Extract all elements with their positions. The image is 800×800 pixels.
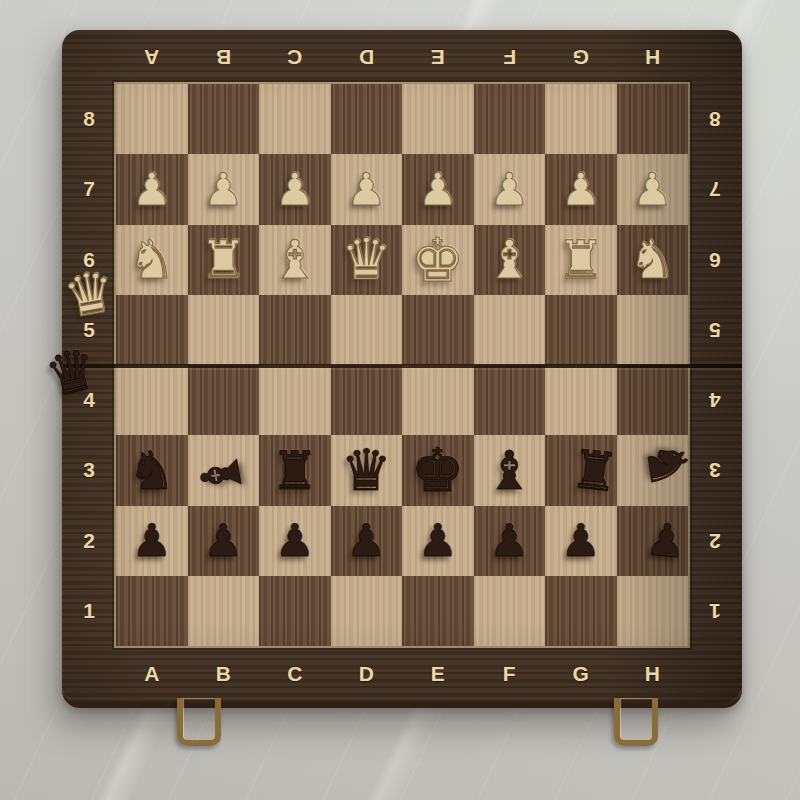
square-c3[interactable]: ♜ xyxy=(259,435,331,505)
square-c6[interactable]: ♝ xyxy=(259,225,331,295)
square-a4[interactable] xyxy=(116,365,188,435)
square-f1[interactable] xyxy=(474,576,546,646)
coordinate-label: B xyxy=(188,30,260,84)
fold-seam xyxy=(62,364,742,368)
black-pawn-e2[interactable]: ♟ xyxy=(418,518,458,563)
square-h2[interactable]: ♟ xyxy=(617,506,689,576)
square-d6[interactable]: ♛ xyxy=(331,225,403,295)
coordinate-label: 1 xyxy=(62,576,116,646)
square-f6[interactable]: ♝ xyxy=(474,225,546,295)
white-knight-a6[interactable]: ♞ xyxy=(128,233,176,286)
white-rook-b6[interactable]: ♜ xyxy=(199,233,247,286)
black-bishop-f3[interactable]: ♝ xyxy=(485,444,533,497)
coordinate-label: C xyxy=(259,30,331,84)
square-b3[interactable]: ♝ xyxy=(188,435,260,505)
coordinate-label: 8 xyxy=(688,84,742,154)
black-rook-c3[interactable]: ♜ xyxy=(271,444,319,497)
square-c2[interactable]: ♟ xyxy=(259,506,331,576)
coordinate-label: G xyxy=(545,30,617,84)
coordinate-label: D xyxy=(331,646,403,702)
white-queen-d6[interactable]: ♛ xyxy=(341,231,392,288)
square-d5[interactable] xyxy=(331,295,403,365)
square-b6[interactable]: ♜ xyxy=(188,225,260,295)
square-g6[interactable]: ♜ xyxy=(545,225,617,295)
square-b4[interactable] xyxy=(188,365,260,435)
white-pawn-f7[interactable]: ♟ xyxy=(489,167,529,212)
coordinate-label: C xyxy=(259,646,331,702)
square-d3[interactable]: ♛ xyxy=(331,435,403,505)
square-f2[interactable]: ♟ xyxy=(474,506,546,576)
square-h7[interactable]: ♟ xyxy=(617,154,689,224)
black-pawn-a2[interactable]: ♟ xyxy=(132,518,172,563)
square-g2[interactable]: ♟ xyxy=(545,506,617,576)
square-a3[interactable]: ♞ xyxy=(116,435,188,505)
square-a8[interactable] xyxy=(116,84,188,154)
white-king-e6[interactable]: ♚ xyxy=(411,230,465,290)
white-knight-h6[interactable]: ♞ xyxy=(628,233,676,286)
square-c4[interactable] xyxy=(259,365,331,435)
white-pawn-d7[interactable]: ♟ xyxy=(346,167,386,212)
floor: { "game": "chess", "scene_description": … xyxy=(0,0,800,800)
black-rook-g3[interactable]: ♜ xyxy=(568,442,621,500)
square-g8[interactable] xyxy=(545,84,617,154)
coordinate-label: H xyxy=(617,30,689,84)
coordinate-label: 6 xyxy=(688,225,742,295)
black-bishop-b3[interactable]: ♝ xyxy=(191,446,251,502)
square-d8[interactable] xyxy=(331,84,403,154)
square-f7[interactable]: ♟ xyxy=(474,154,546,224)
square-f3[interactable]: ♝ xyxy=(474,435,546,505)
square-f5[interactable] xyxy=(474,295,546,365)
extra-white-queen[interactable]: ♛ xyxy=(59,262,119,327)
square-g5[interactable] xyxy=(545,295,617,365)
white-pawn-c7[interactable]: ♟ xyxy=(275,167,315,212)
square-g1[interactable] xyxy=(545,576,617,646)
file-labels-top: ABCDEFGH xyxy=(116,30,688,84)
black-knight-h3[interactable]: ♞ xyxy=(639,437,698,491)
coordinate-label: F xyxy=(474,646,546,702)
white-pawn-a7[interactable]: ♟ xyxy=(132,167,172,212)
white-pawn-h7[interactable]: ♟ xyxy=(632,167,672,212)
black-pawn-c2[interactable]: ♟ xyxy=(275,518,315,563)
right-clasp[interactable] xyxy=(614,698,658,746)
square-e6[interactable]: ♚ xyxy=(402,225,474,295)
coordinate-label: 2 xyxy=(688,506,742,576)
white-bishop-c6[interactable]: ♝ xyxy=(271,233,319,286)
file-labels-bottom: ABCDEFGH xyxy=(116,646,688,702)
square-e1[interactable] xyxy=(402,576,474,646)
coordinate-label: D xyxy=(331,30,403,84)
square-b8[interactable] xyxy=(188,84,260,154)
left-clasp[interactable] xyxy=(177,698,221,746)
square-c5[interactable] xyxy=(259,295,331,365)
square-a2[interactable]: ♟ xyxy=(116,506,188,576)
black-pawn-d2[interactable]: ♟ xyxy=(346,518,386,563)
square-b1[interactable] xyxy=(188,576,260,646)
square-g7[interactable]: ♟ xyxy=(545,154,617,224)
square-g3[interactable]: ♜ xyxy=(545,435,617,505)
coordinate-label: 3 xyxy=(62,435,116,505)
chess-board: ABCDEFGH ABCDEFGH 87654321 87654321 ♟♟♟♟… xyxy=(62,30,742,708)
coordinate-label: 2 xyxy=(62,506,116,576)
black-knight-a3[interactable]: ♞ xyxy=(128,444,176,497)
square-g4[interactable] xyxy=(545,365,617,435)
square-h6[interactable]: ♞ xyxy=(617,225,689,295)
coordinate-label: G xyxy=(545,646,617,702)
square-c7[interactable]: ♟ xyxy=(259,154,331,224)
white-pawn-b7[interactable]: ♟ xyxy=(203,167,243,212)
square-e4[interactable] xyxy=(402,365,474,435)
white-pawn-g7[interactable]: ♟ xyxy=(561,167,601,212)
square-f8[interactable] xyxy=(474,84,546,154)
coordinate-label: 4 xyxy=(688,365,742,435)
black-pawn-h2[interactable]: ♟ xyxy=(644,516,689,565)
black-pawn-b2[interactable]: ♟ xyxy=(203,518,243,563)
white-bishop-f6[interactable]: ♝ xyxy=(485,233,533,286)
square-h8[interactable] xyxy=(617,84,689,154)
square-c8[interactable] xyxy=(259,84,331,154)
square-h5[interactable] xyxy=(617,295,689,365)
white-pawn-e7[interactable]: ♟ xyxy=(418,167,458,212)
square-b7[interactable]: ♟ xyxy=(188,154,260,224)
square-d2[interactable]: ♟ xyxy=(331,506,403,576)
square-h4[interactable] xyxy=(617,365,689,435)
square-b5[interactable] xyxy=(188,295,260,365)
coordinate-label: E xyxy=(402,30,474,84)
square-a7[interactable]: ♟ xyxy=(116,154,188,224)
black-pawn-f2[interactable]: ♟ xyxy=(489,518,529,563)
square-e7[interactable]: ♟ xyxy=(402,154,474,224)
square-e2[interactable]: ♟ xyxy=(402,506,474,576)
square-d7[interactable]: ♟ xyxy=(331,154,403,224)
square-h1[interactable] xyxy=(617,576,689,646)
coordinate-label: A xyxy=(116,646,188,702)
square-b2[interactable]: ♟ xyxy=(188,506,260,576)
coordinate-label: E xyxy=(402,646,474,702)
coordinate-label: 1 xyxy=(688,576,742,646)
coordinate-label: 8 xyxy=(62,84,116,154)
black-queen-d3[interactable]: ♛ xyxy=(341,442,392,499)
square-e3[interactable]: ♚ xyxy=(402,435,474,505)
coordinate-label: 7 xyxy=(62,154,116,224)
coordinate-label: 7 xyxy=(688,154,742,224)
coordinate-label: H xyxy=(617,646,689,702)
coordinate-label: A xyxy=(116,30,188,84)
square-c1[interactable] xyxy=(259,576,331,646)
extra-black-queen[interactable]: ♛ xyxy=(40,339,103,407)
coordinate-label: 5 xyxy=(688,295,742,365)
square-f4[interactable] xyxy=(474,365,546,435)
black-king-e3[interactable]: ♚ xyxy=(411,440,465,500)
square-d4[interactable] xyxy=(331,365,403,435)
square-d1[interactable] xyxy=(331,576,403,646)
square-h3[interactable]: ♞ xyxy=(617,435,689,505)
black-pawn-g2[interactable]: ♟ xyxy=(561,518,601,563)
coordinate-label: F xyxy=(474,30,546,84)
square-a5[interactable] xyxy=(116,295,188,365)
square-a1[interactable] xyxy=(116,576,188,646)
square-e5[interactable] xyxy=(402,295,474,365)
square-a6[interactable]: ♞ xyxy=(116,225,188,295)
white-rook-g6[interactable]: ♜ xyxy=(557,233,605,286)
square-e8[interactable] xyxy=(402,84,474,154)
coordinate-label: B xyxy=(188,646,260,702)
